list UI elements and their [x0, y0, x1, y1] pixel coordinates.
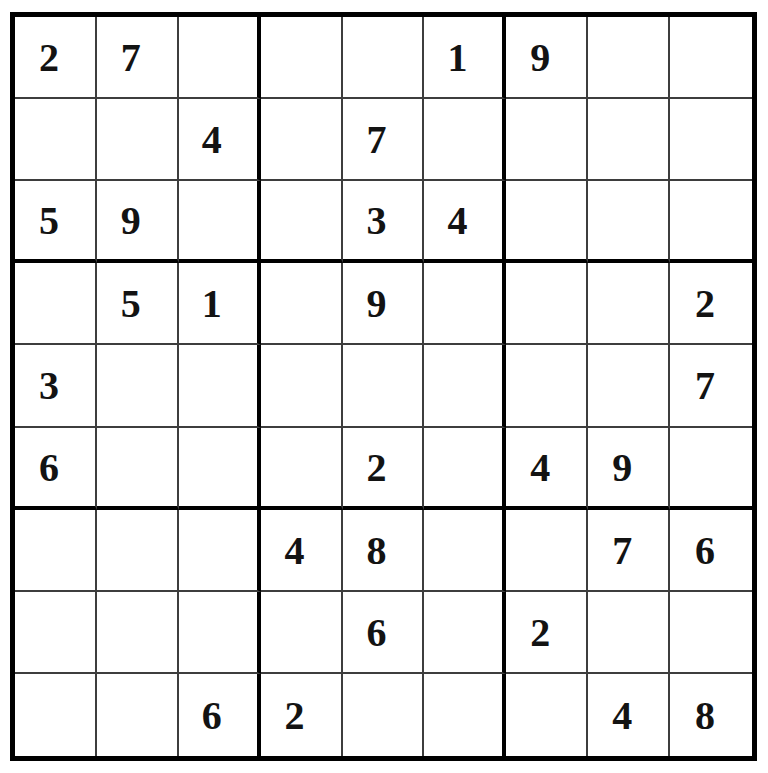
- cell-r5c6: [424, 345, 506, 427]
- given-digit: 1: [447, 38, 467, 78]
- cell-r1c2: 7: [97, 17, 179, 99]
- cell-r1c5: [343, 17, 425, 99]
- given-digit: 2: [695, 284, 715, 324]
- cell-r8c9: [670, 592, 752, 674]
- cell-r5c1: 3: [15, 345, 97, 427]
- cell-r2c7: [506, 99, 588, 181]
- given-digit: 5: [39, 201, 59, 241]
- cell-r8c4: [261, 592, 343, 674]
- given-digit: 3: [39, 366, 59, 406]
- given-digit: 6: [695, 531, 715, 571]
- cell-r7c2: [97, 510, 179, 592]
- cell-r4c6: [424, 263, 506, 345]
- cell-r8c2: [97, 592, 179, 674]
- given-digit: 8: [695, 696, 715, 736]
- cell-r9c1: [15, 674, 97, 756]
- given-digit: 2: [530, 613, 550, 653]
- cell-r1c1: 2: [15, 17, 97, 99]
- cell-r4c9: 2: [670, 263, 752, 345]
- cell-r1c4: [261, 17, 343, 99]
- cell-r4c8: [588, 263, 670, 345]
- cell-r9c6: [424, 674, 506, 756]
- given-digit: 2: [366, 448, 386, 488]
- cell-r7c1: [15, 510, 97, 592]
- cell-r9c4: 2: [261, 674, 343, 756]
- cell-r3c8: [588, 181, 670, 263]
- cell-r9c9: 8: [670, 674, 752, 756]
- cell-r3c7: [506, 181, 588, 263]
- sudoku-board: 271947593451923762494876626248: [10, 12, 757, 761]
- cell-r3c5: 3: [343, 181, 425, 263]
- cell-r5c4: [261, 345, 343, 427]
- given-digit: 7: [121, 38, 141, 78]
- cell-r5c5: [343, 345, 425, 427]
- cell-r5c7: [506, 345, 588, 427]
- given-digit: 3: [366, 201, 386, 241]
- cell-r8c6: [424, 592, 506, 674]
- cell-r4c4: [261, 263, 343, 345]
- cell-r8c7: 2: [506, 592, 588, 674]
- given-digit: 7: [366, 120, 386, 160]
- cell-r2c3: 4: [179, 99, 261, 181]
- cell-r6c3: [179, 428, 261, 510]
- cell-r2c8: [588, 99, 670, 181]
- cell-r3c1: 5: [15, 181, 97, 263]
- cell-r5c2: [97, 345, 179, 427]
- cell-r3c9: [670, 181, 752, 263]
- given-digit: 4: [447, 201, 467, 241]
- cell-r2c6: [424, 99, 506, 181]
- cell-r2c2: [97, 99, 179, 181]
- given-digit: 7: [695, 366, 715, 406]
- given-digit: 9: [612, 448, 632, 488]
- cell-r3c4: [261, 181, 343, 263]
- given-digit: 7: [612, 531, 632, 571]
- cell-r6c7: 4: [506, 428, 588, 510]
- cell-r8c1: [15, 592, 97, 674]
- cell-r7c3: [179, 510, 261, 592]
- cell-r2c9: [670, 99, 752, 181]
- given-digit: 4: [285, 531, 305, 571]
- cell-r3c6: 4: [424, 181, 506, 263]
- sudoku-page: 271947593451923762494876626248: [0, 0, 768, 773]
- given-digit: 4: [202, 120, 222, 160]
- cell-r5c8: [588, 345, 670, 427]
- cell-r9c2: [97, 674, 179, 756]
- cell-r9c5: [343, 674, 425, 756]
- cell-r3c2: 9: [97, 181, 179, 263]
- cell-r7c9: 6: [670, 510, 752, 592]
- cell-r9c8: 4: [588, 674, 670, 756]
- given-digit: 1: [202, 284, 222, 324]
- given-digit: 9: [121, 201, 141, 241]
- cell-r7c7: [506, 510, 588, 592]
- cell-r9c7: [506, 674, 588, 756]
- given-digit: 4: [612, 696, 632, 736]
- cell-r1c3: [179, 17, 261, 99]
- cell-r6c9: [670, 428, 752, 510]
- given-digit: 6: [366, 613, 386, 653]
- cell-r6c8: 9: [588, 428, 670, 510]
- cell-r8c8: [588, 592, 670, 674]
- cell-r4c2: 5: [97, 263, 179, 345]
- cell-r1c7: 9: [506, 17, 588, 99]
- given-digit: 4: [530, 448, 550, 488]
- cell-r5c9: 7: [670, 345, 752, 427]
- given-digit: 9: [530, 38, 550, 78]
- cell-r6c2: [97, 428, 179, 510]
- cell-r9c3: 6: [179, 674, 261, 756]
- cell-r4c5: 9: [343, 263, 425, 345]
- cell-r1c8: [588, 17, 670, 99]
- cell-r6c6: [424, 428, 506, 510]
- cell-r7c5: 8: [343, 510, 425, 592]
- cell-r6c5: 2: [343, 428, 425, 510]
- cell-r4c3: 1: [179, 263, 261, 345]
- cell-r2c1: [15, 99, 97, 181]
- cell-r8c3: [179, 592, 261, 674]
- cell-r4c1: [15, 263, 97, 345]
- cell-r2c4: [261, 99, 343, 181]
- cell-r2c5: 7: [343, 99, 425, 181]
- given-digit: 2: [285, 696, 305, 736]
- given-digit: 5: [121, 284, 141, 324]
- given-digit: 8: [366, 531, 386, 571]
- cell-r6c1: 6: [15, 428, 97, 510]
- given-digit: 6: [39, 448, 59, 488]
- cell-r3c3: [179, 181, 261, 263]
- given-digit: 2: [39, 38, 59, 78]
- cell-r5c3: [179, 345, 261, 427]
- cell-r6c4: [261, 428, 343, 510]
- cell-r1c6: 1: [424, 17, 506, 99]
- cell-r4c7: [506, 263, 588, 345]
- cell-r7c8: 7: [588, 510, 670, 592]
- cell-r8c5: 6: [343, 592, 425, 674]
- cell-r7c4: 4: [261, 510, 343, 592]
- given-digit: 9: [366, 284, 386, 324]
- given-digit: 6: [202, 696, 222, 736]
- cell-r1c9: [670, 17, 752, 99]
- cell-r7c6: [424, 510, 506, 592]
